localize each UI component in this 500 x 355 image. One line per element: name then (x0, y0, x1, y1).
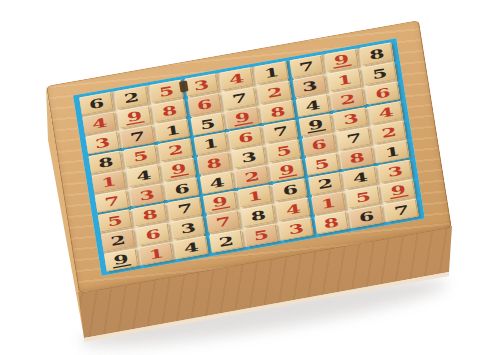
tile-digit: 1 (383, 144, 402, 159)
tile-digit: 7 (230, 91, 249, 106)
tile-digit: 9 (389, 183, 408, 199)
tile-digit: 4 (376, 105, 395, 120)
tile-digit: 3 (239, 149, 258, 164)
tile-digit: 7 (128, 129, 147, 144)
tile-digit: 3 (341, 111, 360, 126)
tile-digit: 6 (172, 181, 191, 196)
tile-digit: 5 (131, 149, 150, 164)
tile-digit: 6 (144, 227, 163, 242)
tile-digit: 6 (195, 97, 214, 112)
tile-digit: 5 (105, 213, 124, 228)
tile-digit: 1 (319, 196, 338, 211)
tile-digit: 1 (147, 246, 166, 261)
tile-digit: 4 (207, 175, 226, 190)
sudoku-board-photo: 6253417984986723153715984268521679341498… (0, 0, 500, 355)
tile-r9c6[interactable]: 3 (279, 217, 313, 240)
tile-digit: 2 (217, 234, 236, 249)
sudoku-field: 6253417984986723153715984268521679341498… (73, 38, 425, 275)
tile-digit: 3 (179, 220, 198, 235)
tile-digit: 7 (344, 131, 363, 146)
tile-digit: 7 (297, 59, 316, 74)
tile-digit: 6 (357, 209, 376, 224)
tile-slot-notch (179, 81, 189, 93)
tile-digit: 2 (166, 142, 185, 157)
tile-digit: 8 (96, 155, 115, 170)
tile-digit: 2 (265, 85, 284, 100)
tile-r9c9[interactable]: 7 (384, 199, 418, 222)
tile-r9c7[interactable]: 8 (314, 211, 348, 234)
tile-digit: 4 (303, 98, 322, 113)
tile-r9c4[interactable]: 2 (209, 230, 243, 253)
tile-digit: 3 (93, 135, 112, 150)
tile-digit: 6 (373, 86, 392, 101)
tile-digit: 8 (367, 47, 386, 62)
tile-digit: 5 (370, 66, 389, 81)
tile-r9c5[interactable]: 5 (244, 223, 278, 246)
tile-digit: 9 (277, 162, 296, 178)
tile-digit: 9 (125, 109, 144, 125)
tile-digit: 9 (306, 117, 325, 133)
tile-digit: 4 (284, 202, 303, 217)
tile-digit: 4 (182, 240, 201, 255)
tile-digit: 4 (134, 168, 153, 183)
tile-digit: 6 (87, 96, 106, 111)
tile-digit: 8 (204, 156, 223, 171)
tile-digit: 8 (249, 208, 268, 223)
tile-digit: 8 (322, 215, 341, 230)
tile-digit: 2 (338, 92, 357, 107)
tile-digit: 2 (109, 233, 128, 248)
tile-r9c1[interactable]: 9 (104, 248, 138, 271)
tile-digit: 3 (287, 221, 306, 236)
tile-digit: 4 (351, 170, 370, 185)
tile-digit: 2 (122, 90, 141, 105)
tile-digit: 3 (386, 164, 405, 179)
tile-digit: 5 (157, 84, 176, 99)
tile-digit: 6 (236, 130, 255, 145)
tile-digit: 3 (300, 78, 319, 93)
tile-digit: 5 (274, 143, 293, 158)
tile-digit: 1 (246, 189, 265, 204)
tile-digit: 8 (160, 103, 179, 118)
tile-digit: 7 (176, 201, 195, 216)
tile-digit: 1 (201, 136, 220, 151)
tile-digit: 8 (140, 207, 159, 222)
tile-digit: 5 (354, 189, 373, 204)
tile-digit: 1 (163, 123, 182, 138)
tile-digit: 9 (332, 52, 351, 68)
tile-digit: 1 (99, 174, 118, 189)
tile-digit: 7 (271, 124, 290, 139)
tile-r9c2[interactable]: 1 (139, 242, 173, 265)
tile-r9c8[interactable]: 6 (349, 205, 383, 228)
tile-digit: 6 (281, 182, 300, 197)
tile-digit: 3 (137, 188, 156, 203)
tile-digit: 9 (210, 194, 229, 210)
tile-digit: 2 (380, 125, 399, 140)
tile-digit: 1 (335, 72, 354, 87)
tile-digit: 5 (252, 228, 271, 243)
tile-digit: 6 (309, 137, 328, 152)
tile-digit: 7 (102, 194, 121, 209)
tile-digit: 1 (262, 65, 281, 80)
tile-digit: 7 (214, 214, 233, 229)
tile-digit: 8 (268, 104, 287, 119)
tile-digit: 9 (112, 252, 131, 268)
tile-digit: 4 (227, 71, 246, 86)
tile-digit: 9 (169, 161, 188, 177)
tile-digit: 5 (313, 157, 332, 172)
tile-digit: 5 (198, 117, 217, 132)
tile-r9c3[interactable]: 4 (174, 236, 208, 259)
sudoku-grid: 6253417984986723153715984268521679341498… (79, 42, 418, 271)
tile-digit: 7 (392, 203, 411, 218)
tile-digit: 3 (192, 78, 211, 93)
tile-digit: 2 (242, 169, 261, 184)
tile-digit: 2 (316, 176, 335, 191)
tile-digit: 8 (348, 150, 367, 165)
tile-digit: 9 (233, 110, 252, 126)
tile-digit: 4 (90, 116, 109, 131)
